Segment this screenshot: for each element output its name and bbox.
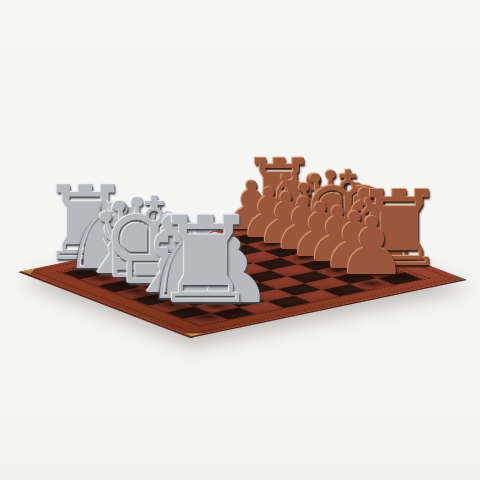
piece-white-rook-h1[interactable]: ♜ (152, 202, 259, 322)
pawn-glyph: ♟ (336, 207, 408, 287)
pieces-layer: ♜♟♞♟♝♟♛♟♚♟♝♟♟♞♜♟♟♜♞♟♟♝♟♛♟♚♟♝♟♞♟♜ (0, 0, 480, 480)
rook-glyph: ♜ (152, 202, 259, 322)
piece-black-pawn-h7[interactable]: ♟ (336, 207, 408, 287)
product-photo-scene: ♜♟♞♟♝♟♛♟♚♟♝♟♟♞♜♟♟♜♞♟♟♝♟♛♟♚♟♝♟♞♟♜ (0, 0, 480, 480)
